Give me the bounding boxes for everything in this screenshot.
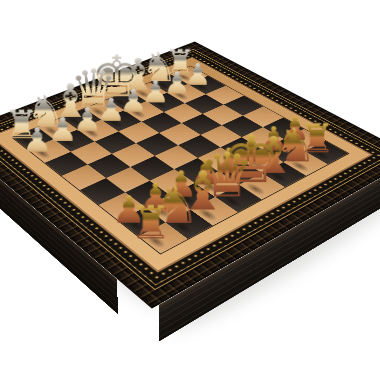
chess-board: ♜♟♟♜♞♟♟♞♝♟♟♝♚♟♟♚♛♟♟♛♝♟♟♝♞♟♟♞♜♟♟♜ bbox=[0, 41, 380, 308]
piece-white-pawn[interactable]: ♟ bbox=[5, 124, 70, 156]
piece-black-rook[interactable]: ♜ bbox=[113, 201, 188, 244]
chess-set-photo: ♜♟♟♜♞♟♟♞♝♟♟♝♚♟♟♚♛♟♟♛♝♟♟♝♞♟♟♞♜♟♟♜ bbox=[0, 0, 380, 380]
